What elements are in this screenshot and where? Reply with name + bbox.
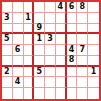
cell-r5c5[interactable] [45,45,56,56]
cell-r4c3[interactable] [24,34,35,45]
cell-r9c6[interactable] [56,88,67,99]
cell-r8c9[interactable] [88,77,99,88]
cell-r8c3[interactable] [24,77,35,88]
cell-r2c8[interactable] [77,13,88,24]
cell-r5c1[interactable] [2,45,13,56]
cell-r7c2[interactable] [13,67,24,78]
cell-r3c4[interactable]: 9 [34,24,45,35]
cell-r4c2[interactable] [13,34,24,45]
cell-r1c3[interactable] [24,2,35,13]
cell-r6c6[interactable] [56,56,67,67]
cell-r5c8[interactable]: 7 [77,45,88,56]
cell-r6c8[interactable] [77,56,88,67]
cell-r9c2[interactable] [13,88,24,99]
cell-r2c9[interactable] [88,13,99,24]
cell-r4c5[interactable]: 3 [45,34,56,45]
cell-r9c4[interactable] [34,88,45,99]
cell-r9c1[interactable] [2,88,13,99]
cell-r7c1[interactable]: 2 [2,67,13,78]
cell-r2c6[interactable] [56,13,67,24]
cell-r1c9[interactable] [88,2,99,13]
cell-r9c5[interactable] [45,88,56,99]
cell-r2c4[interactable] [34,13,45,24]
cell-r5c4[interactable] [34,45,45,56]
cell-r8c4[interactable] [34,77,45,88]
cell-r1c6[interactable]: 4 [56,2,67,13]
cell-r4c4[interactable]: 1 [34,34,45,45]
cell-r6c4[interactable] [34,56,45,67]
cell-r4c7[interactable] [67,34,78,45]
cell-r7c6[interactable] [56,67,67,78]
cell-r7c9[interactable]: 1 [88,67,99,78]
cell-r1c2[interactable] [13,2,24,13]
cell-r2c1[interactable]: 3 [2,13,13,24]
cell-r6c1[interactable] [2,56,13,67]
cell-r2c3[interactable]: 1 [24,13,35,24]
cell-r3c6[interactable] [56,24,67,35]
cell-r9c9[interactable] [88,88,99,99]
cell-r1c4[interactable] [34,2,45,13]
cell-r9c8[interactable] [77,88,88,99]
cell-r4c1[interactable]: 5 [2,34,13,45]
cell-r3c7[interactable] [67,24,78,35]
cell-r5c2[interactable]: 6 [13,45,24,56]
cell-r2c2[interactable] [13,13,24,24]
cell-r5c9[interactable] [88,45,99,56]
cell-r2c7[interactable] [67,13,78,24]
cell-r9c7[interactable] [67,88,78,99]
cell-r4c8[interactable] [77,34,88,45]
cell-r7c8[interactable] [77,67,88,78]
cell-r4c9[interactable] [88,34,99,45]
cell-r8c6[interactable] [56,77,67,88]
cell-r3c1[interactable] [2,24,13,35]
cell-r1c1[interactable] [2,2,13,13]
cell-r7c7[interactable] [67,67,78,78]
cell-r6c5[interactable] [45,56,56,67]
cell-r8c8[interactable] [77,77,88,88]
cell-r8c2[interactable]: 4 [13,77,24,88]
cell-r3c5[interactable] [45,24,56,35]
cell-r7c4[interactable]: 5 [34,67,45,78]
cell-r3c8[interactable] [77,24,88,35]
cell-r3c9[interactable] [88,24,99,35]
cell-r8c1[interactable] [2,77,13,88]
cell-r6c2[interactable] [13,56,24,67]
cell-r4c6[interactable] [56,34,67,45]
cell-r3c3[interactable] [24,24,35,35]
cell-r9c3[interactable] [24,88,35,99]
cell-r3c2[interactable] [13,24,24,35]
cell-r5c7[interactable]: 4 [67,45,78,56]
cell-r1c8[interactable]: 8 [77,2,88,13]
cell-r6c9[interactable] [88,56,99,67]
cell-r7c5[interactable] [45,67,56,78]
cell-r7c3[interactable] [24,67,35,78]
cell-r5c6[interactable] [56,45,67,56]
cell-r1c5[interactable] [45,2,56,13]
cell-r6c7[interactable]: 8 [67,56,78,67]
cell-r2c5[interactable] [45,13,56,24]
cell-r6c3[interactable] [24,56,35,67]
cell-r8c7[interactable] [67,77,78,88]
sudoku-board: 46831951364782514 [0,0,101,101]
cell-r1c7[interactable]: 6 [67,2,78,13]
cell-r8c5[interactable] [45,77,56,88]
cell-r5c3[interactable] [24,45,35,56]
